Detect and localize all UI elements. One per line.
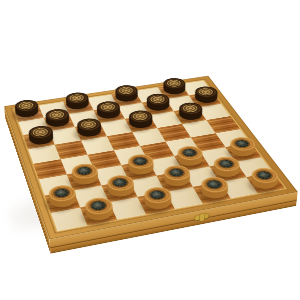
checker-piece-light[interactable] <box>247 174 281 193</box>
board-square[interactable] <box>80 202 117 225</box>
scene <box>0 0 300 300</box>
board-square[interactable] <box>23 131 55 149</box>
product-photo-stage <box>0 0 300 300</box>
checker-piece-light[interactable] <box>82 204 115 225</box>
board-square[interactable] <box>138 192 175 214</box>
checker-piece-light[interactable] <box>69 170 100 188</box>
board-frame <box>4 76 298 240</box>
checker-piece-dark[interactable] <box>126 116 155 131</box>
checkers-board <box>4 76 298 240</box>
brass-clasp <box>195 213 209 220</box>
board-square[interactable] <box>193 182 231 204</box>
board-square[interactable] <box>45 191 81 213</box>
checker-piece-light[interactable] <box>197 183 231 202</box>
checker-piece-light[interactable] <box>125 160 156 178</box>
checker-piece-dark[interactable] <box>27 132 55 148</box>
board-square[interactable] <box>247 172 285 193</box>
checker-piece-light[interactable] <box>47 191 79 211</box>
checker-piece-light[interactable] <box>141 193 174 213</box>
